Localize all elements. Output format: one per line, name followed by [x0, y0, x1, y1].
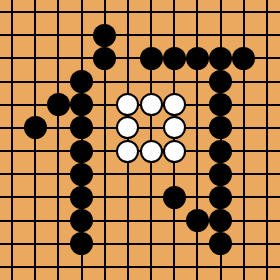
black-stone [70, 186, 93, 209]
black-stone [163, 47, 186, 70]
black-stone [70, 209, 93, 232]
black-stone [140, 47, 163, 70]
white-stone [116, 116, 139, 139]
grid-line-horizontal [0, 34, 280, 36]
white-stone [163, 140, 186, 163]
black-stone [93, 24, 116, 47]
white-stone [116, 140, 139, 163]
black-stone [70, 70, 93, 93]
black-stone [209, 163, 232, 186]
black-stone [209, 209, 232, 232]
black-stone [93, 47, 116, 70]
grid-line-horizontal [0, 11, 280, 13]
black-stone [209, 140, 232, 163]
grid-line-horizontal [0, 266, 280, 268]
black-stone [70, 93, 93, 116]
black-stone [47, 93, 70, 116]
white-stone [163, 93, 186, 116]
grid-line-vertical [57, 0, 59, 280]
white-stone [116, 93, 139, 116]
black-stone [186, 209, 209, 232]
black-stone [232, 47, 255, 70]
grid-line-horizontal [0, 173, 280, 175]
black-stone [70, 140, 93, 163]
grid-line-horizontal [0, 81, 280, 83]
black-stone [70, 232, 93, 255]
grid-line-vertical [243, 0, 245, 280]
black-stone [209, 116, 232, 139]
grid-line-vertical [196, 0, 198, 280]
grid-line-vertical [266, 0, 268, 280]
black-stone [163, 186, 186, 209]
grid-line-horizontal [0, 243, 280, 245]
black-stone [186, 47, 209, 70]
go-diagram [0, 0, 280, 280]
black-stone [70, 163, 93, 186]
white-stone [140, 93, 163, 116]
white-stone [163, 116, 186, 139]
black-stone [70, 116, 93, 139]
grid-line-horizontal [0, 220, 280, 222]
go-board [0, 0, 280, 280]
white-stone [140, 140, 163, 163]
black-stone [24, 116, 47, 139]
grid-line-vertical [34, 0, 36, 280]
black-stone [209, 70, 232, 93]
grid-line-vertical [11, 0, 13, 280]
grid-line-horizontal [0, 196, 280, 198]
black-stone [209, 232, 232, 255]
black-stone [209, 186, 232, 209]
black-stone [209, 47, 232, 70]
black-stone [209, 93, 232, 116]
